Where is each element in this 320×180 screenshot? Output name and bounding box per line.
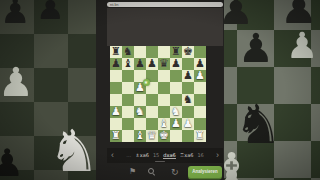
square-h3[interactable]	[194, 106, 206, 118]
square-d3[interactable]	[146, 106, 158, 118]
move-token[interactable]: 15	[153, 153, 159, 158]
address-text: nt.lin	[110, 3, 118, 7]
video-frame: ♟♟♟♞♟ ♟♟♟♟♞♝ nt.lin ♜♞♜♚♟♝♟♟♛♟♟♟♟♟♞♟♞♞♝♟…	[0, 0, 320, 180]
square-g4[interactable]: ♞	[182, 94, 194, 106]
white-pawn: ♟	[194, 70, 206, 82]
move-list: …♗xa615dxa6♖xa616	[118, 153, 212, 159]
square-c7[interactable]: ♟	[134, 58, 146, 70]
square-e1[interactable]: ♚	[158, 130, 170, 142]
square-b7[interactable]: ♝	[122, 58, 134, 70]
square-d4[interactable]	[146, 94, 158, 106]
move-token[interactable]: ♗xa6	[135, 153, 149, 158]
flag-icon[interactable]: ⚑	[129, 168, 136, 176]
square-a3[interactable]: ♟	[110, 106, 122, 118]
black-piece: ♟	[0, 144, 24, 180]
black-pawn: ♟	[170, 58, 182, 70]
square-b3[interactable]	[122, 106, 134, 118]
square-h6[interactable]: ♟	[194, 70, 206, 82]
browser-address-bar[interactable]: nt.lin	[107, 2, 223, 7]
square-f2[interactable]: ♟	[170, 118, 182, 130]
black-pawn: ♟	[238, 28, 274, 68]
black-queen: ♛	[158, 58, 170, 70]
square-f7[interactable]: ♟	[170, 58, 182, 70]
white-rook: ♜	[110, 130, 122, 142]
best-move-badge-icon: ★	[143, 79, 150, 86]
white-bishop: ♝	[134, 130, 146, 142]
header-panel	[107, 8, 223, 46]
square-g6[interactable]: ♟	[182, 70, 194, 82]
black-pawn: ♟	[36, 0, 65, 24]
black-pawn: ♟	[0, 0, 30, 28]
square-e7[interactable]: ♛	[158, 58, 170, 70]
square-c3[interactable]: ♞	[134, 106, 146, 118]
white-pawn: ♟	[110, 106, 122, 118]
background-board-right: ♟♟♟♟♞♝	[224, 0, 320, 180]
chess-board[interactable]: ♜♞♜♚♟♝♟♟♛♟♟♟♟♟♞♟♞♞♝♟♟♜♝♛♚♜	[110, 46, 206, 142]
square-f6[interactable]	[170, 70, 182, 82]
background-board-left: ♟♟♟♞♟	[0, 0, 96, 180]
move-token[interactable]: ♖xa6	[180, 153, 194, 158]
square-a7[interactable]: ♟	[110, 58, 122, 70]
move-token[interactable]: …	[126, 153, 131, 158]
square-h1[interactable]: ♜	[194, 130, 206, 142]
bottom-toolbar: ⚑↻ Analysieren	[107, 163, 224, 180]
white-pawn: ♟	[0, 62, 34, 102]
magnifier-icon[interactable]	[148, 168, 156, 176]
black-bishop: ♝	[122, 58, 134, 70]
square-b6[interactable]	[122, 70, 134, 82]
square-h5[interactable]	[194, 82, 206, 94]
square-h4[interactable]	[194, 94, 206, 106]
white-pawn: ♟	[182, 118, 194, 130]
square-g8[interactable]: ♚	[182, 46, 194, 58]
phone-screen: nt.lin ♜♞♜♚♟♝♟♟♛♟♟♟♟♟♞♟♞♞♝♟♟♜♝♛♚♜ ★ ‹ …♗…	[96, 0, 224, 180]
square-b1[interactable]	[122, 130, 134, 142]
black-pawn: ♟	[146, 58, 158, 70]
white-pawn: ♟	[286, 28, 318, 64]
square-a6[interactable]	[110, 70, 122, 82]
square-d7[interactable]: ♟	[146, 58, 158, 70]
square-b5[interactable]	[122, 82, 134, 94]
square-f5[interactable]	[170, 82, 182, 94]
move-token[interactable]: dxa6	[163, 153, 175, 159]
square-g2[interactable]: ♟	[182, 118, 194, 130]
white-bishop: ♝	[224, 146, 253, 180]
square-e5[interactable]	[158, 82, 170, 94]
move-token[interactable]: 16	[197, 153, 203, 158]
move-list-bar: ‹ …♗xa615dxa6♖xa616 ›	[107, 148, 223, 163]
square-g1[interactable]	[182, 130, 194, 142]
square-c1[interactable]: ♝	[134, 130, 146, 142]
analyze-button[interactable]: Analysieren	[188, 166, 222, 178]
black-pawn: ♟	[110, 58, 122, 70]
white-pawn: ♟	[170, 118, 182, 130]
square-a1[interactable]: ♜	[110, 130, 122, 142]
next-move-button[interactable]: ›	[212, 151, 223, 160]
white-queen: ♛	[146, 130, 158, 142]
white-rook: ♜	[194, 130, 206, 142]
square-b4[interactable]	[122, 94, 134, 106]
white-king: ♚	[158, 130, 170, 142]
black-king: ♚	[182, 46, 194, 58]
black-knight: ♞	[182, 94, 194, 106]
black-pawn: ♟	[134, 58, 146, 70]
square-f1[interactable]	[170, 130, 182, 142]
square-e4[interactable]	[158, 94, 170, 106]
prev-move-button[interactable]: ‹	[107, 151, 118, 160]
square-a5[interactable]	[110, 82, 122, 94]
square-e6[interactable]	[158, 70, 170, 82]
drag-handle	[155, 161, 165, 162]
rematch-icon[interactable]: ↻	[171, 167, 179, 176]
white-knight: ♞	[134, 106, 146, 118]
white-knight: ♞	[48, 122, 96, 180]
square-b2[interactable]	[122, 118, 134, 130]
black-pawn: ♟	[182, 70, 194, 82]
square-d1[interactable]: ♛	[146, 130, 158, 142]
star-icon: ★	[144, 79, 148, 85]
